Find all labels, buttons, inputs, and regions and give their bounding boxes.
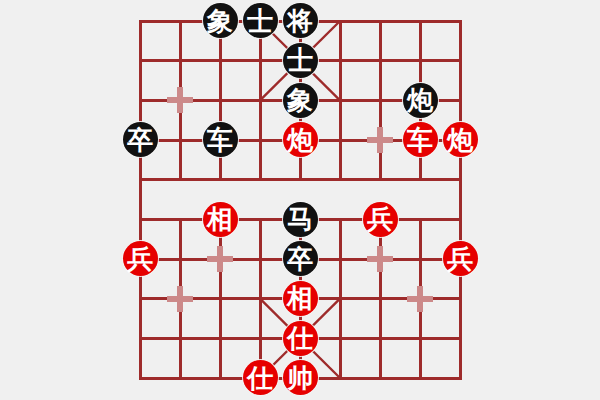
piece-black-soldier[interactable]: 卒: [283, 241, 318, 276]
piece-red-elephant[interactable]: 相: [283, 281, 318, 316]
piece-black-soldier[interactable]: 卒: [123, 122, 158, 157]
piece-black-elephant[interactable]: 象: [283, 83, 318, 118]
piece-black-advisor[interactable]: 士: [243, 3, 278, 38]
piece-red-advisor[interactable]: 仕: [243, 360, 278, 395]
piece-red-advisor[interactable]: 仕: [283, 321, 318, 356]
piece-red-elephant[interactable]: 相: [203, 202, 238, 237]
piece-red-chariot[interactable]: 车: [403, 122, 438, 157]
piece-red-soldier[interactable]: 兵: [123, 241, 158, 276]
xiangqi-board: 象士将士象炮卒车炮车炮相马兵兵卒兵相仕仕帅: [0, 0, 600, 400]
piece-red-soldier[interactable]: 兵: [363, 202, 398, 237]
piece-red-cannon[interactable]: 炮: [283, 122, 318, 157]
board-grid[interactable]: 象士将士象炮卒车炮车炮相马兵兵卒兵相仕仕帅: [120, 1, 480, 398]
piece-black-chariot[interactable]: 车: [203, 122, 238, 157]
piece-black-cannon[interactable]: 炮: [403, 83, 438, 118]
piece-black-advisor[interactable]: 士: [283, 43, 318, 78]
piece-red-cannon[interactable]: 炮: [443, 122, 478, 157]
piece-black-general[interactable]: 将: [283, 3, 318, 38]
piece-black-elephant[interactable]: 象: [203, 3, 238, 38]
piece-black-horse[interactable]: 马: [283, 202, 318, 237]
xiangqi-app: 象士将士象炮卒车炮车炮相马兵兵卒兵相仕仕帅: [0, 0, 600, 400]
piece-red-general[interactable]: 帅: [283, 360, 318, 395]
piece-red-soldier[interactable]: 兵: [443, 241, 478, 276]
